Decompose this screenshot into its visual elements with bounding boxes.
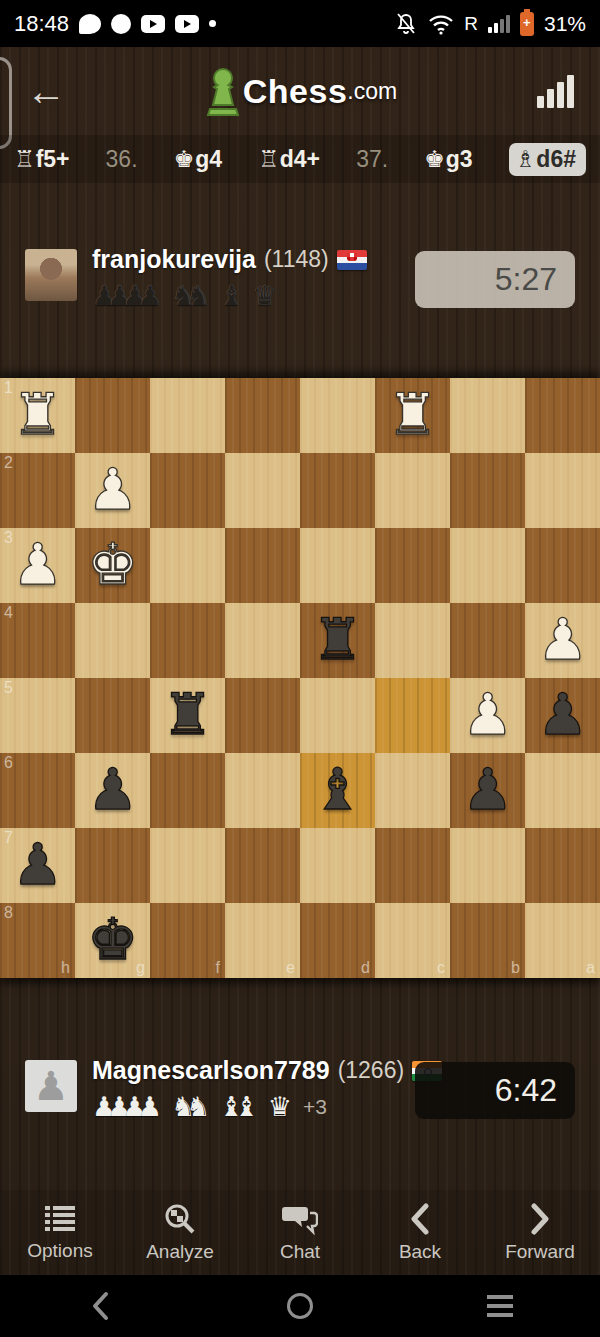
chesscom-logo: Chess .com	[203, 65, 397, 117]
captured-bishop-icon: ♝	[235, 1092, 259, 1122]
king-white-icon: ♚	[174, 146, 195, 172]
croatia-flag-icon	[337, 250, 367, 270]
square-g6[interactable]: ♟	[75, 753, 150, 828]
square-h8[interactable]: 8h	[0, 903, 75, 978]
captured-bishop-group: ♝♝	[219, 1092, 258, 1122]
square-h6[interactable]: 6	[0, 753, 75, 828]
captured-pawn-group: ♟♟♟♟	[92, 281, 162, 311]
bottom-player-avatar[interactable]: ♟	[25, 1060, 77, 1112]
square-d3[interactable]	[300, 528, 375, 603]
square-e4[interactable]	[225, 603, 300, 678]
captured-queen-group: ♛	[268, 1092, 292, 1122]
chat-bubbles-icon	[282, 1203, 318, 1235]
square-d4[interactable]: ♜	[300, 603, 375, 678]
square-g4[interactable]	[75, 603, 150, 678]
square-e5[interactable]	[225, 678, 300, 753]
square-d8[interactable]: d	[300, 903, 375, 978]
square-d5[interactable]	[300, 678, 375, 753]
move-text: d6#	[536, 146, 576, 173]
captured-queen-icon: ♛	[268, 1092, 292, 1122]
piece-black-pawn-a5[interactable]: ♟	[525, 678, 600, 753]
captured-knight-icon: ♞	[186, 281, 210, 311]
captured-knight-group: ♞♞	[171, 1092, 210, 1122]
move-number[interactable]: 37.	[356, 146, 388, 173]
bishop-outline-icon: ♗	[515, 146, 536, 172]
options-list-icon	[43, 1204, 77, 1234]
message-notification-icon	[79, 14, 101, 34]
captured-queen-group: ♛	[253, 281, 277, 311]
analyze-magnifier-icon	[163, 1203, 197, 1235]
square-g2[interactable]: ♟	[75, 453, 150, 528]
piece-black-pawn-g6[interactable]: ♟	[75, 753, 150, 828]
rank-label-5: 5	[4, 679, 13, 697]
square-a8[interactable]: a	[525, 903, 600, 978]
square-c3[interactable]	[375, 528, 450, 603]
captured-pawn-icon: ♟	[138, 281, 162, 311]
piece-white-pawn-a4[interactable]: ♟	[525, 603, 600, 678]
square-e8[interactable]: e	[225, 903, 300, 978]
connection-bars-icon[interactable]	[537, 75, 574, 108]
top-player-name[interactable]: franjokurevija	[92, 245, 256, 274]
square-e7[interactable]	[225, 828, 300, 903]
square-b3[interactable]	[450, 528, 525, 603]
piece-black-bishop-d6[interactable]: ♝	[300, 753, 375, 828]
options-button[interactable]: Options	[5, 1204, 115, 1262]
square-h7[interactable]: 7♟	[0, 828, 75, 903]
rank-label-6: 6	[4, 754, 13, 772]
move-text: g3	[446, 146, 473, 173]
piece-white-pawn-h3[interactable]: ♟	[0, 528, 75, 603]
logo-text: Chess	[243, 72, 348, 111]
more-notifications-dot-icon	[209, 20, 216, 27]
status-bar: 18:48 R 31%	[0, 0, 600, 47]
move-text: g4	[195, 146, 222, 173]
square-d7[interactable]	[300, 828, 375, 903]
square-a3[interactable]	[525, 528, 600, 603]
piece-white-pawn-b5[interactable]: ♟	[450, 678, 525, 753]
square-f7[interactable]	[150, 828, 225, 903]
material-advantage: +3	[303, 1095, 327, 1119]
android-recents-button[interactable]	[400, 1295, 600, 1317]
toolbar-label: Analyze	[146, 1241, 214, 1263]
piece-black-pawn-h7[interactable]: ♟	[0, 828, 75, 903]
game-toolbar: Options Analyze Chat Back	[0, 1190, 600, 1275]
square-b1[interactable]	[450, 378, 525, 453]
square-f1[interactable]	[150, 378, 225, 453]
move-number[interactable]: 36.	[106, 146, 138, 173]
file-label-h: h	[61, 959, 70, 977]
status-time: 18:48	[14, 11, 69, 37]
current-move[interactable]: ♗d6#	[509, 143, 586, 176]
piece-white-rook-c1[interactable]: ♜	[375, 378, 450, 453]
square-h4[interactable]: 4	[0, 603, 75, 678]
bottom-player-captured-tray: ♟♟♟♟♞♞♝♝♛+3	[92, 1092, 327, 1122]
file-label-b: b	[511, 959, 520, 977]
square-f5[interactable]: ♜	[150, 678, 225, 753]
logo-pawn-icon	[203, 65, 243, 117]
move-text: d4+	[280, 146, 320, 173]
square-c5[interactable]	[375, 678, 450, 753]
square-f2[interactable]	[150, 453, 225, 528]
rank-label-2: 2	[4, 454, 13, 472]
phone-screen: 18:48 R 31% ←	[0, 0, 600, 1337]
square-a4[interactable]: ♟	[525, 603, 600, 678]
android-home-icon	[287, 1293, 313, 1319]
top-player-clock: 5:27	[415, 251, 575, 308]
move[interactable]: ♚g4	[174, 146, 222, 173]
youtube-notification-icon	[141, 15, 165, 33]
battery-icon	[520, 12, 534, 36]
square-b2[interactable]	[450, 453, 525, 528]
move[interactable]: ♖f5+	[14, 146, 70, 173]
square-b5[interactable]: ♟	[450, 678, 525, 753]
chat-button[interactable]: Chat	[245, 1203, 355, 1263]
square-h3[interactable]: 3♟	[0, 528, 75, 603]
square-e6[interactable]	[225, 753, 300, 828]
move[interactable]: ♖d4+	[258, 146, 320, 173]
toolbar-label: Options	[27, 1240, 92, 1262]
default-pawn-avatar-icon: ♟	[33, 1060, 69, 1112]
square-c7[interactable]	[375, 828, 450, 903]
bottom-player-rating: (1266)	[338, 1057, 404, 1084]
square-d2[interactable]	[300, 453, 375, 528]
battery-percent: 31%	[544, 12, 586, 36]
square-f4[interactable]	[150, 603, 225, 678]
square-b6[interactable]: ♟	[450, 753, 525, 828]
back-chevron-icon	[409, 1203, 431, 1235]
move-text: f5+	[36, 146, 70, 173]
piece-white-king-g3[interactable]: ♚	[75, 528, 150, 603]
move[interactable]: ♚g3	[424, 146, 472, 173]
square-g1[interactable]	[75, 378, 150, 453]
square-f6[interactable]	[150, 753, 225, 828]
square-c4[interactable]	[375, 603, 450, 678]
file-label-e: e	[286, 959, 295, 977]
top-player-rating: (1148)	[264, 246, 329, 273]
android-back-icon	[90, 1291, 110, 1321]
toolbar-label: Back	[399, 1241, 441, 1263]
square-h2[interactable]: 2	[0, 453, 75, 528]
square-a5[interactable]: ♟	[525, 678, 600, 753]
move-forward-button[interactable]: Forward	[485, 1203, 595, 1263]
captured-knight-icon: ♞	[186, 1092, 210, 1122]
square-b7[interactable]	[450, 828, 525, 903]
back-arrow-icon[interactable]: ←	[26, 71, 66, 111]
move-back-button[interactable]: Back	[365, 1203, 475, 1263]
captured-bishop-icon: ♝	[219, 281, 243, 311]
chess-board[interactable]: 1♜♜2♟3♟♚4♜♟5♜♟♟6♟♝♟7♟8hg♚fedcba	[0, 378, 600, 978]
top-player-captured-tray: ♟♟♟♟♞♞♝♛	[92, 281, 286, 311]
square-d6[interactable]: ♝	[300, 753, 375, 828]
bell-muted-icon	[394, 12, 418, 36]
square-g7[interactable]	[75, 828, 150, 903]
square-b4[interactable]	[450, 603, 525, 678]
captured-knight-group: ♞♞	[171, 281, 210, 311]
bottom-player-clock: 6:42	[415, 1062, 575, 1119]
android-nav-bar	[0, 1275, 600, 1337]
square-e3[interactable]	[225, 528, 300, 603]
player-card-bottom: ♟ Magnescarlson7789 (1266) ♟♟♟♟♞♞♝♝♛+3 6…	[0, 1048, 600, 1140]
rook-outline-icon: ♖	[258, 146, 279, 172]
bottom-player-name[interactable]: Magnescarlson7789	[92, 1056, 330, 1085]
square-e1[interactable]	[225, 378, 300, 453]
square-e2[interactable]	[225, 453, 300, 528]
piece-white-rook-h1[interactable]: ♜	[0, 378, 75, 453]
captured-pawn-icon: ♟	[138, 1092, 162, 1122]
piece-white-pawn-g2[interactable]: ♟	[75, 453, 150, 528]
wifi-icon	[428, 13, 454, 35]
square-c8[interactable]: c	[375, 903, 450, 978]
square-a6[interactable]	[525, 753, 600, 828]
square-g5[interactable]	[75, 678, 150, 753]
android-home-button[interactable]	[200, 1293, 400, 1319]
square-c6[interactable]	[375, 753, 450, 828]
square-h1[interactable]: 1♜	[0, 378, 75, 453]
rank-label-4: 4	[4, 604, 13, 622]
rank-label-8: 8	[4, 904, 13, 922]
signal-strength-icon	[488, 15, 510, 33]
player-card-top: franjokurevija (1148) ♟♟♟♟♞♞♝♛ 5:27	[0, 237, 600, 329]
android-back-button[interactable]	[0, 1291, 200, 1321]
youtube-notification-icon	[175, 15, 199, 33]
move-list-bar[interactable]: ♖f5+36.♚g4♖d4+37.♚g3♗d6#	[0, 135, 600, 183]
square-g8[interactable]: g♚	[75, 903, 150, 978]
piece-black-rook-d4[interactable]: ♜	[300, 603, 375, 678]
app-header: ← Chess .com	[0, 47, 600, 135]
square-b8[interactable]: b	[450, 903, 525, 978]
file-label-c: c	[437, 959, 445, 977]
piece-black-rook-f5[interactable]: ♜	[150, 678, 225, 753]
file-label-a: a	[586, 959, 595, 977]
square-g3[interactable]: ♚	[75, 528, 150, 603]
captured-bishop-group: ♝	[219, 281, 243, 311]
forward-chevron-icon	[529, 1203, 551, 1235]
square-c1[interactable]: ♜	[375, 378, 450, 453]
android-recents-icon	[487, 1295, 513, 1317]
square-d1[interactable]	[300, 378, 375, 453]
rook-outline-icon: ♖	[14, 146, 35, 172]
toolbar-label: Chat	[280, 1241, 320, 1263]
king-white-icon: ♚	[424, 146, 445, 172]
square-f8[interactable]: f	[150, 903, 225, 978]
file-label-f: f	[216, 959, 220, 977]
captured-pawn-group: ♟♟♟♟	[92, 1092, 162, 1122]
top-player-avatar[interactable]	[25, 249, 77, 301]
captured-queen-icon: ♛	[253, 281, 277, 311]
toolbar-label: Forward	[505, 1241, 575, 1263]
square-a7[interactable]	[525, 828, 600, 903]
square-f3[interactable]	[150, 528, 225, 603]
square-c2[interactable]	[375, 453, 450, 528]
piece-black-king-g8[interactable]: ♚	[75, 903, 150, 978]
square-a2[interactable]	[525, 453, 600, 528]
analyze-button[interactable]: Analyze	[125, 1203, 235, 1263]
file-label-d: d	[361, 959, 370, 977]
piece-black-pawn-b6[interactable]: ♟	[450, 753, 525, 828]
square-a1[interactable]	[525, 378, 600, 453]
square-h5[interactable]: 5	[0, 678, 75, 753]
logo-suffix: .com	[347, 78, 397, 105]
network-type-label: R	[464, 13, 478, 35]
app-notification-icon	[111, 14, 131, 34]
